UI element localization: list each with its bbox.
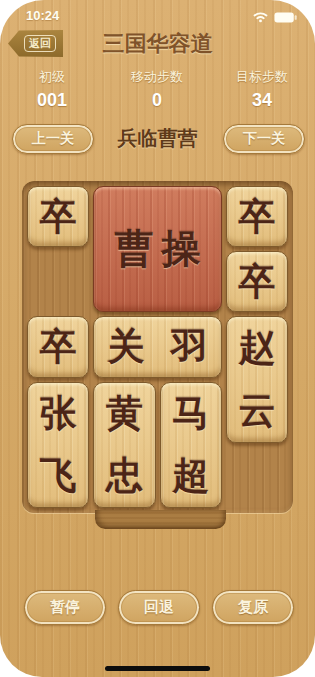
piece-character: 马 bbox=[161, 383, 221, 445]
level-label: 初级 bbox=[0, 68, 107, 86]
wifi-icon bbox=[252, 9, 269, 27]
piece-character: 关 bbox=[94, 317, 157, 376]
piece-machao[interactable]: 马超 bbox=[160, 382, 222, 508]
piece-zu-2[interactable]: 卒 bbox=[226, 186, 288, 247]
level-value: 001 bbox=[0, 90, 107, 111]
board-exit-notch bbox=[95, 510, 226, 529]
piece-character: 张 bbox=[28, 383, 88, 445]
piece-zu-1[interactable]: 卒 bbox=[27, 186, 89, 247]
piece-character: 赵 bbox=[227, 317, 287, 379]
piece-character: 羽 bbox=[158, 317, 221, 376]
stat-moves: 移动步数 0 bbox=[102, 68, 212, 111]
piece-character: 卒 bbox=[28, 187, 88, 246]
battery-icon bbox=[274, 9, 297, 27]
piece-character: 超 bbox=[161, 445, 221, 507]
piece-character: 卒 bbox=[227, 187, 287, 246]
piece-character: 黄 bbox=[94, 383, 154, 445]
moves-label: 移动步数 bbox=[102, 68, 212, 86]
piece-zhaoyun[interactable]: 赵云 bbox=[226, 316, 288, 442]
piece-character: 卒 bbox=[28, 317, 88, 376]
piece-zhangfei[interactable]: 张飞 bbox=[27, 382, 89, 508]
status-time: 10:24 bbox=[26, 8, 59, 23]
stat-target: 目标步数 34 bbox=[207, 68, 315, 111]
pause-button[interactable]: 暂停 bbox=[24, 590, 106, 625]
home-indicator[interactable] bbox=[105, 666, 210, 671]
stat-level: 初级 001 bbox=[0, 68, 107, 111]
target-value: 34 bbox=[207, 90, 315, 111]
reset-button[interactable]: 复原 bbox=[212, 590, 294, 625]
board-grid: 卒曹操卒卒卒关羽赵云张飞黄忠马超 bbox=[22, 181, 293, 513]
piece-huangzhong[interactable]: 黄忠 bbox=[93, 382, 155, 508]
piece-zu-3[interactable]: 卒 bbox=[226, 251, 288, 312]
piece-character: 曹 bbox=[115, 222, 154, 276]
next-level-button[interactable]: 下一关 bbox=[223, 124, 305, 154]
piece-character: 卒 bbox=[227, 252, 287, 311]
piece-zu-4[interactable]: 卒 bbox=[27, 316, 89, 377]
undo-button[interactable]: 回退 bbox=[118, 590, 200, 625]
phone-screen: 10:24 返回 三国华容道 初级 001 移动步数 0 目标步数 34 上一关… bbox=[0, 0, 315, 677]
piece-character: 云 bbox=[227, 380, 287, 442]
status-icons bbox=[252, 9, 297, 27]
piece-guanyu[interactable]: 关羽 bbox=[93, 316, 222, 377]
piece-character: 操 bbox=[162, 222, 201, 276]
page-title: 三国华容道 bbox=[0, 29, 315, 59]
moves-value: 0 bbox=[102, 90, 212, 111]
piece-character: 飞 bbox=[28, 445, 88, 507]
piece-character: 忠 bbox=[94, 445, 154, 507]
target-label: 目标步数 bbox=[207, 68, 315, 86]
piece-caocao[interactable]: 曹操 bbox=[93, 186, 222, 312]
